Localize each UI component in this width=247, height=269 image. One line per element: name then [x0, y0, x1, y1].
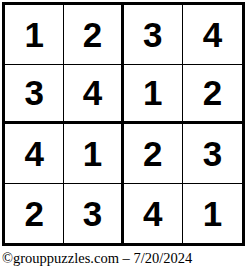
cell-r2c3[interactable]: 1: [124, 65, 183, 125]
cell-r2c1[interactable]: 3: [5, 65, 64, 125]
puzzle-page: 1234341241232341 ©grouppuzzles.com – 7/2…: [0, 0, 247, 269]
cell-r2c2[interactable]: 4: [64, 65, 123, 125]
cell-r3c1[interactable]: 4: [5, 124, 64, 184]
copyright-date-text: ©grouppuzzles.com – 7/20/2024: [2, 250, 192, 267]
cell-r3c3[interactable]: 2: [124, 124, 183, 184]
cell-r4c4[interactable]: 1: [183, 184, 242, 244]
cell-r2c4[interactable]: 2: [183, 65, 242, 125]
cell-r1c2[interactable]: 2: [64, 5, 123, 65]
cell-r4c1[interactable]: 2: [5, 184, 64, 244]
cell-r4c3[interactable]: 4: [124, 184, 183, 244]
cell-r3c4[interactable]: 3: [183, 124, 242, 184]
cell-r1c3[interactable]: 3: [124, 5, 183, 65]
cell-r3c2[interactable]: 1: [64, 124, 123, 184]
cell-r4c2[interactable]: 3: [64, 184, 123, 244]
cell-r1c4[interactable]: 4: [183, 5, 242, 65]
cell-r1c1[interactable]: 1: [5, 5, 64, 65]
sudoku-board: 1234341241232341: [2, 2, 245, 246]
